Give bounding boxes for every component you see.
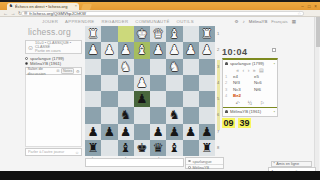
- mail-icon: ✉: [57, 69, 60, 73]
- chat-messages: [25, 75, 82, 147]
- username-link[interactable]: MélinaYB: [249, 19, 267, 24]
- white-knight-f3[interactable]: ♞: [120, 60, 131, 74]
- move-white[interactable]: Nf3: [233, 80, 254, 85]
- new-tab-button[interactable]: [81, 4, 92, 10]
- square-f6[interactable]: ♞: [118, 107, 134, 123]
- user-icon: [225, 62, 228, 65]
- nav-item-outils[interactable]: OUTILS: [177, 19, 194, 24]
- top-player-row[interactable]: sparlangue (1799) ▪: [223, 60, 277, 67]
- black-queen-d8[interactable]: ♛: [153, 141, 164, 155]
- tab-favicon: ♞: [9, 4, 13, 9]
- square-d2[interactable]: ♟: [150, 42, 166, 58]
- square-a1[interactable]: ♜: [199, 26, 215, 42]
- square-b7[interactable]: ♟: [183, 124, 199, 140]
- black-clock-minutes: 09: [222, 118, 235, 128]
- move-row: 1e4e5: [225, 73, 275, 80]
- minimize-icon[interactable]: –: [301, 3, 304, 10]
- square-b4[interactable]: [183, 75, 199, 91]
- move-black[interactable]: Nc6: [254, 80, 275, 85]
- rank-label-2: 2: [216, 42, 221, 58]
- square-b2[interactable]: ♟: [183, 42, 199, 58]
- nav-item-communauté[interactable]: COMMUNAUTÉ: [135, 19, 169, 24]
- white-pawn-c2[interactable]: ♟: [169, 43, 180, 57]
- present-player-name: MélinaYB: [193, 165, 210, 170]
- square-e4[interactable]: ♟: [134, 75, 150, 91]
- black-clock-seconds: 39: [238, 118, 251, 128]
- settings-icon[interactable]: ⚙: [235, 19, 239, 24]
- game-panel: sparlangue (1799) ▪ «‹›»▤ 1e4e52Nf3Nc63N…: [222, 58, 278, 117]
- square-f5[interactable]: [118, 91, 134, 107]
- black-knight-f6[interactable]: ♞: [120, 108, 131, 122]
- forward-icon[interactable]: →: [11, 10, 16, 17]
- move-black[interactable]: e5: [254, 74, 275, 79]
- square-g4[interactable]: [101, 75, 117, 91]
- present-player-row[interactable]: MélinaYB: [186, 164, 223, 170]
- square-f1[interactable]: [118, 26, 134, 42]
- chat-header: Salon de discussion ✉ Notes ⚙: [25, 67, 82, 75]
- rank-label-6: 6: [216, 107, 221, 123]
- browser-nav-buttons: ← → ↻: [3, 10, 22, 17]
- black-bishop-c8[interactable]: ♝: [169, 141, 180, 155]
- move-white[interactable]: Nc3: [233, 87, 254, 92]
- black-rook-h8[interactable]: ♜: [88, 141, 99, 155]
- sound-icon[interactable]: ♪: [243, 19, 245, 24]
- bottom-player-name: MélinaYB (1961): [230, 109, 272, 114]
- square-c3[interactable]: ♞: [166, 59, 182, 75]
- square-f4[interactable]: [118, 75, 134, 91]
- tab-close-icon[interactable]: ×: [75, 4, 77, 8]
- square-c1[interactable]: ♝: [166, 26, 182, 42]
- square-e6[interactable]: [134, 107, 150, 123]
- black-king-e8[interactable]: ♚: [136, 141, 147, 155]
- replay-control-icon-1[interactable]: ‹: [242, 68, 244, 73]
- game-info-box: ⊙ 10+0 • CLASSIQUE • CLASSÉ Partie en co…: [25, 40, 82, 54]
- square-a6[interactable]: [199, 107, 215, 123]
- url-field[interactable]: ▤ fr.lichess.org/QGMVhpJCfrKW ☆: [21, 11, 304, 16]
- replay-control-icon-0[interactable]: «: [236, 68, 239, 73]
- square-h8[interactable]: ♜: [85, 140, 101, 156]
- square-f7[interactable]: ♟: [118, 124, 134, 140]
- square-d3[interactable]: [150, 59, 166, 75]
- rank-label-3: 3: [216, 59, 221, 75]
- square-e5[interactable]: ♟: [134, 91, 150, 107]
- square-g6[interactable]: [101, 107, 117, 123]
- site-nav-right: ⚙ ♪ MélinaYB Français ▦: [235, 17, 296, 25]
- black-bishop-f8[interactable]: ♝: [120, 141, 131, 155]
- square-a4[interactable]: [199, 75, 215, 91]
- square-h2[interactable]: ♟: [85, 42, 101, 58]
- replay-control-icon-2[interactable]: ›: [248, 68, 250, 73]
- nav-item-jouer[interactable]: JOUER: [42, 19, 58, 24]
- square-c5[interactable]: [166, 91, 182, 107]
- black-pawn-b7[interactable]: ♟: [185, 125, 196, 139]
- black-rook-a8[interactable]: ♜: [201, 141, 212, 155]
- bottom-player-row[interactable]: MélinaYB (1961) ▪: [223, 108, 277, 115]
- black-pawn-g7[interactable]: ♟: [104, 125, 115, 139]
- present-player-name: sparlangue: [193, 159, 212, 164]
- move-number: 2: [225, 80, 233, 85]
- close-icon[interactable]: ×: [314, 3, 317, 10]
- friends-bar-label: Amis en ligne: [276, 162, 299, 166]
- square-h1[interactable]: ♜: [85, 26, 101, 42]
- top-player-name: sparlangue (1799): [230, 61, 272, 66]
- apps-grid-icon[interactable]: ▦: [292, 19, 296, 24]
- white-pawn-f2[interactable]: ♟: [120, 43, 131, 57]
- replay-control-icon-4[interactable]: ▤: [259, 68, 264, 73]
- rank-label-1: 1: [216, 26, 221, 42]
- square-b6[interactable]: [183, 107, 199, 123]
- square-e1[interactable]: ♚: [134, 26, 150, 42]
- square-f2[interactable]: ♟: [118, 42, 134, 58]
- square-g8[interactable]: [101, 140, 117, 156]
- browser-tab[interactable]: ♞ Échecs en direct • lichess.org ×: [7, 3, 79, 11]
- square-d7[interactable]: ♟: [150, 124, 166, 140]
- clock-icon: ⊙: [28, 44, 33, 51]
- presence-icon: [188, 166, 191, 169]
- chat-input[interactable]: Parler à l'autre joueur ☺: [25, 148, 82, 156]
- player-list: sparlangue (1799) MélinaYB (1961): [25, 56, 82, 66]
- square-e3[interactable]: [134, 59, 150, 75]
- square-c6[interactable]: ♞: [166, 107, 182, 123]
- square-a5[interactable]: [199, 91, 215, 107]
- expand-icon[interactable]: [272, 48, 276, 52]
- move-number: 3: [225, 87, 233, 92]
- white-rook-a1[interactable]: ♜: [201, 27, 212, 41]
- rank-label-8: 8: [216, 140, 221, 156]
- tab-title: Échecs en direct • lichess.org: [15, 4, 73, 9]
- black-color-icon: [25, 62, 28, 65]
- square-c4[interactable]: [166, 75, 182, 91]
- draw-icon[interactable]: ½: [248, 101, 252, 106]
- page-icon: ▤: [24, 12, 27, 16]
- friends-icon: ▪: [274, 162, 275, 166]
- white-rook-h1[interactable]: ♜: [88, 27, 99, 41]
- white-bishop-c1[interactable]: ♝: [169, 27, 180, 41]
- square-d4[interactable]: [150, 75, 166, 91]
- black-knight-c6[interactable]: ♞: [169, 108, 180, 122]
- square-e2[interactable]: ♝: [134, 42, 150, 58]
- rank-label-5: 5: [216, 91, 221, 107]
- screenshot-root: ♞ Échecs en direct • lichess.org × – □ ×…: [0, 0, 320, 180]
- white-pawn-a2[interactable]: ♟: [201, 43, 212, 57]
- square-h3[interactable]: [85, 59, 101, 75]
- black-pawn-c7[interactable]: ♟: [169, 125, 180, 139]
- square-g1[interactable]: [101, 26, 117, 42]
- square-h6[interactable]: [85, 107, 101, 123]
- game-action-buttons: ↶½⚐: [223, 99, 277, 107]
- lichess-logo[interactable]: lichess.org: [28, 27, 71, 37]
- chess-board[interactable]: ♜♚♛♝♜♟♟♟♝♟♟♟♟♞♞♟♟♞♞♟♟♟♟♟♟♟♜♝♚♛♝♜: [85, 26, 215, 156]
- rank-coordinates: 12345678: [216, 26, 221, 156]
- black-pawn-f7[interactable]: ♟: [120, 125, 131, 139]
- square-f3[interactable]: ♞: [118, 59, 134, 75]
- rank-label-7: 7: [216, 124, 221, 140]
- square-b5[interactable]: [183, 91, 199, 107]
- square-a3[interactable]: [199, 59, 215, 75]
- message-input[interactable]: [85, 158, 184, 167]
- square-b8[interactable]: [183, 140, 199, 156]
- square-e7[interactable]: [134, 124, 150, 140]
- white-pawn-h2[interactable]: ♟: [88, 43, 99, 57]
- square-g3[interactable]: [101, 59, 117, 75]
- move-number: 4: [225, 93, 233, 98]
- move-row: 3Nc3Nf6: [225, 86, 275, 93]
- chat-input-placeholder: Parler à l'autre joueur: [28, 150, 74, 154]
- square-e8[interactable]: ♚: [134, 140, 150, 156]
- game-info-mode: 10+0 • CLASSIQUE • CLASSÉ: [35, 41, 79, 49]
- move-number: 1: [225, 74, 233, 79]
- notes-tab[interactable]: Notes: [61, 68, 74, 74]
- square-a2[interactable]: ♟: [199, 42, 215, 58]
- black-pawn-e5[interactable]: ♟: [136, 92, 147, 106]
- connection-icon: ▪: [274, 62, 275, 66]
- square-d5[interactable]: [150, 91, 166, 107]
- game-info-status: Partie en cours: [35, 49, 79, 53]
- square-f8[interactable]: ♝: [118, 140, 134, 156]
- connection-icon: ▪: [274, 110, 275, 114]
- move-white[interactable]: e4: [233, 74, 254, 79]
- square-h4[interactable]: [85, 75, 101, 91]
- back-icon[interactable]: ←: [3, 10, 8, 17]
- white-pawn-d2[interactable]: ♟: [153, 43, 164, 57]
- square-d6[interactable]: [150, 107, 166, 123]
- present-players-box: sparlangueMélinaYB: [185, 157, 224, 169]
- square-g7[interactable]: ♟: [101, 124, 117, 140]
- black-pawn-h7[interactable]: ♟: [88, 125, 99, 139]
- square-d8[interactable]: ♛: [150, 140, 166, 156]
- move-list: 1e4e52Nf3Nc63Nc3Nf64Be2: [223, 73, 277, 99]
- square-c7[interactable]: ♟: [166, 124, 182, 140]
- white-bishop-e2[interactable]: ♝: [136, 43, 147, 57]
- smiley-icon: ☺: [75, 150, 79, 155]
- square-h5[interactable]: [85, 91, 101, 107]
- black-clock-active: 09 39: [222, 118, 251, 128]
- move-white[interactable]: Be2: [233, 93, 254, 98]
- bookmark-star-icon[interactable]: ☆: [297, 11, 301, 16]
- resign-icon[interactable]: ⚐: [260, 101, 264, 106]
- url-text: fr.lichess.org/QGMVhpJCfrKW: [29, 11, 295, 16]
- square-a7[interactable]: ♟: [199, 124, 215, 140]
- nav-item-regarder[interactable]: REGARDER: [102, 19, 129, 24]
- chat-gear-icon[interactable]: ⚙: [76, 69, 80, 74]
- square-a8[interactable]: ♜: [199, 140, 215, 156]
- white-pawn-b2[interactable]: ♟: [185, 43, 196, 57]
- square-g5[interactable]: [101, 91, 117, 107]
- square-b3[interactable]: [183, 59, 199, 75]
- rank-label-4: 4: [216, 75, 221, 91]
- black-pawn-a7[interactable]: ♟: [201, 125, 212, 139]
- square-d1[interactable]: ♛: [150, 26, 166, 42]
- letterbox-top: [0, 0, 320, 2]
- presence-icon: [188, 160, 191, 163]
- language-selector[interactable]: Français: [271, 19, 287, 24]
- square-c2[interactable]: ♟: [166, 42, 182, 58]
- takeback-icon[interactable]: ↶: [236, 101, 240, 106]
- site-nav: JOUERAPPRENDREREGARDERCOMMUNAUTÉOUTILS: [42, 17, 194, 25]
- page-scrollbar[interactable]: [314, 17, 319, 171]
- letterbox-bottom: [0, 171, 320, 180]
- move-black[interactable]: Nf6: [254, 87, 275, 92]
- white-knight-c3[interactable]: ♞: [169, 60, 180, 74]
- move-row: 2Nf3Nc6: [225, 80, 275, 87]
- square-g2[interactable]: ♟: [101, 42, 117, 58]
- replay-control-icon-3[interactable]: »: [253, 68, 256, 73]
- white-color-icon: [25, 57, 28, 60]
- scrollbar-thumb[interactable]: [316, 17, 320, 47]
- maximize-icon[interactable]: □: [308, 3, 311, 10]
- user-icon: [225, 110, 228, 113]
- white-king-e1[interactable]: ♚: [136, 27, 147, 41]
- nav-item-apprendre[interactable]: APPRENDRE: [65, 19, 94, 24]
- black-pawn-d7[interactable]: ♟: [153, 125, 164, 139]
- square-b1[interactable]: [183, 26, 199, 42]
- window-controls: – □ ×: [301, 3, 317, 10]
- white-clock: 10:04: [222, 47, 248, 57]
- square-h7[interactable]: ♟: [85, 124, 101, 140]
- white-pawn-e4[interactable]: ♟: [136, 76, 147, 90]
- white-queen-d1[interactable]: ♛: [153, 27, 164, 41]
- square-c8[interactable]: ♝: [166, 140, 182, 156]
- white-pawn-g2[interactable]: ♟: [104, 43, 115, 57]
